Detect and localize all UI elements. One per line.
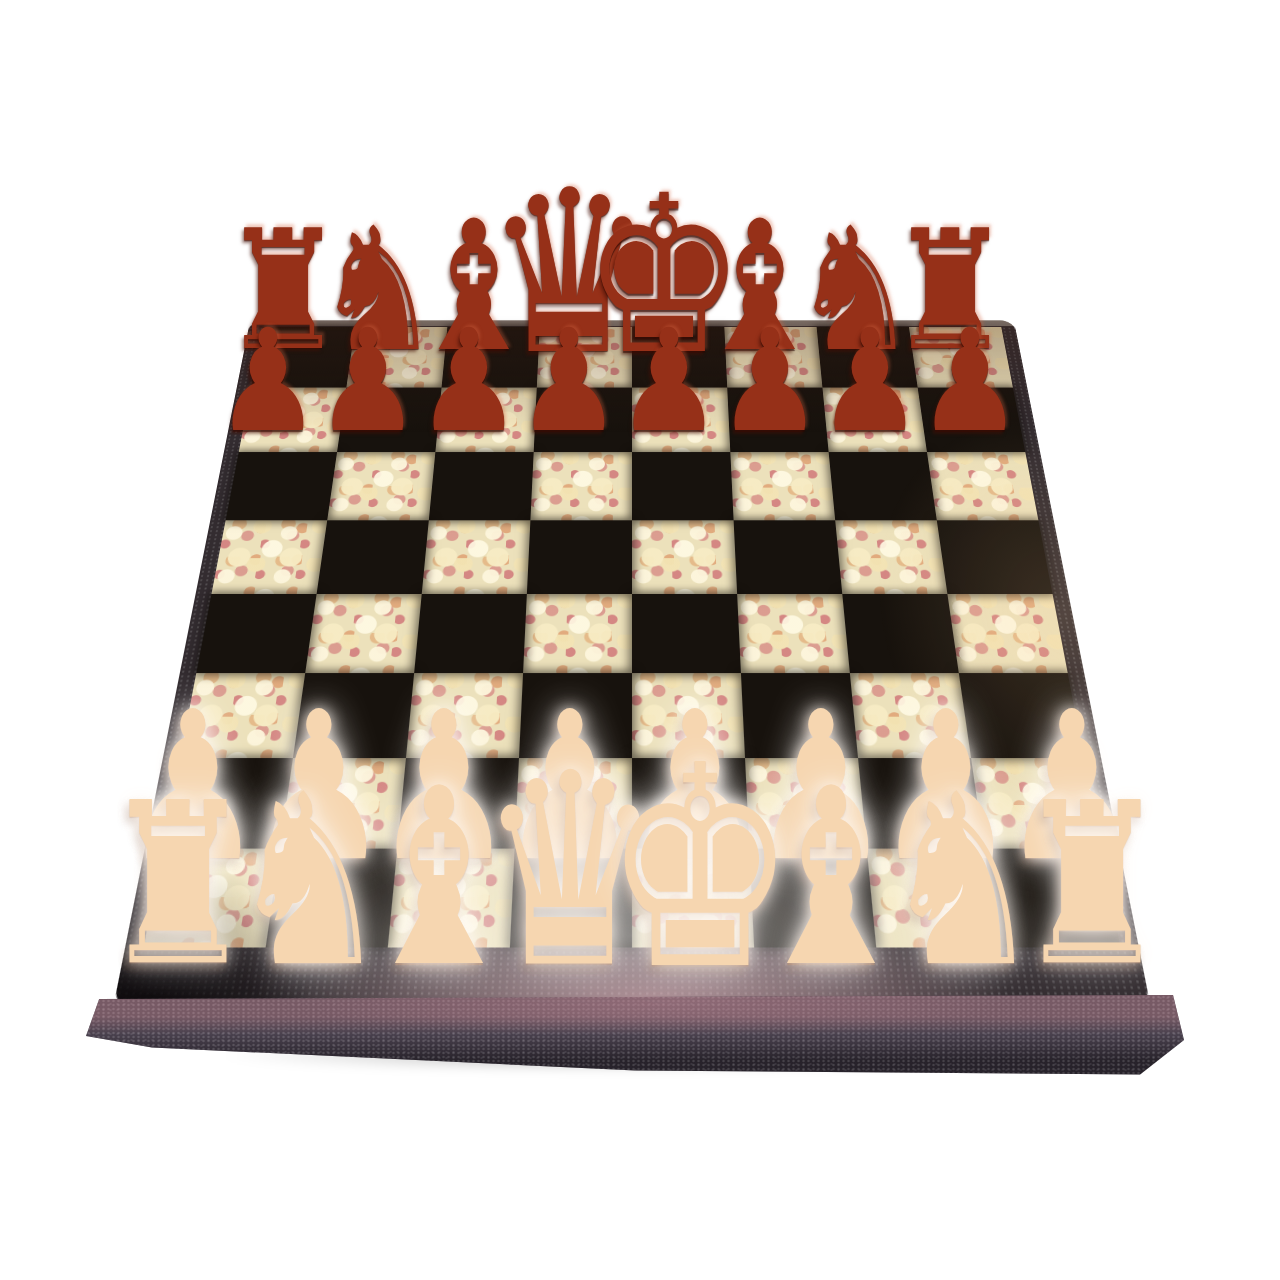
pieces-layer: ♜♞♝♛♚♝♞♜♟♟♟♟♟♟♟♟♟♟♟♟♟♟♟♟♜♞♝♛♚♝♞♜ — [0, 0, 1280, 1280]
piece-red-pawn-e7[interactable]: ♟ — [616, 310, 722, 452]
piece-red-pawn-d7[interactable]: ♟ — [516, 310, 622, 452]
piece-red-pawn-a7[interactable]: ♟ — [215, 310, 321, 452]
piece-red-pawn-c7[interactable]: ♟ — [416, 310, 522, 452]
piece-red-pawn-h7[interactable]: ♟ — [917, 310, 1023, 452]
piece-red-pawn-g7[interactable]: ♟ — [817, 310, 923, 452]
piece-cream-rook-h1[interactable]: ♜ — [1015, 773, 1169, 997]
photo-canvas: ♜♞♝♛♚♝♞♜♟♟♟♟♟♟♟♟♟♟♟♟♟♟♟♟♜♞♝♛♚♝♞♜ — [0, 0, 1280, 1280]
piece-red-pawn-f7[interactable]: ♟ — [717, 310, 823, 452]
piece-red-pawn-b7[interactable]: ♟ — [315, 310, 421, 452]
